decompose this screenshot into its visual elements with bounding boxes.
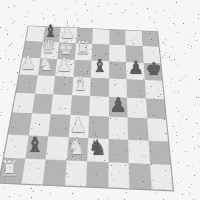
noise-dot: [91, 13, 92, 14]
board-square-c5[interactable]: [53, 76, 73, 95]
noise-dot: [11, 43, 12, 44]
noise-dot: [98, 6, 99, 7]
noise-dot: [110, 13, 111, 14]
noise-dot: [22, 36, 23, 37]
piece-black-bishop-b2[interactable]: ♝: [24, 135, 45, 156]
noise-dot: [169, 57, 170, 58]
noise-dot: [185, 53, 186, 54]
piece-white-knight-b6[interactable]: ♞: [37, 55, 55, 73]
board-square-f2[interactable]: [108, 138, 129, 162]
noise-dot: [169, 17, 170, 18]
noise-dot: [175, 24, 176, 25]
noise-dot: [180, 80, 181, 81]
noise-dot: [33, 191, 34, 192]
noise-dot: [156, 12, 157, 13]
screenshot-frame: ♝♟♛♚♜♟♞♟♝♟♚♝♟♟♝♞♞♜: [0, 0, 200, 200]
noise-dot: [14, 59, 15, 60]
board-square-b5[interactable]: [35, 75, 56, 94]
board-square-f6[interactable]: [109, 61, 127, 79]
noise-dot: [181, 181, 182, 182]
board-square-f3[interactable]: [108, 117, 128, 139]
noise-dot: [156, 193, 157, 194]
noise-dot: [25, 185, 26, 186]
noise-dot: [183, 23, 184, 24]
noise-dot: [15, 6, 16, 7]
noise-dot: [180, 124, 181, 125]
noise-dot: [33, 0, 34, 1]
noise-dot: [27, 12, 28, 13]
noise-dot: [185, 151, 186, 152]
noise-dot: [85, 4, 86, 5]
noise-dot: [108, 198, 109, 199]
noise-dot: [194, 175, 195, 176]
noise-dot: [177, 32, 178, 33]
noise-dot: [156, 28, 157, 29]
noise-dot: [198, 18, 199, 19]
noise-dot: [31, 188, 32, 189]
noise-dot: [176, 2, 177, 3]
board-square-b4[interactable]: [32, 94, 53, 115]
piece-black-pawn-g6[interactable]: ♟: [127, 59, 145, 77]
noise-dot: [170, 82, 171, 83]
noise-dot: [11, 81, 12, 82]
noise-dot: [5, 28, 6, 29]
noise-dot: [174, 92, 175, 93]
noise-dot: [189, 193, 190, 194]
noise-dot: [65, 9, 66, 10]
board-square-e8[interactable]: [92, 29, 109, 45]
noise-dot: [196, 40, 197, 41]
noise-dot: [164, 10, 165, 11]
board-square-e1[interactable]: [86, 161, 108, 187]
noise-dot: [132, 4, 133, 5]
noise-dot: [14, 21, 15, 22]
noise-dot: [186, 119, 187, 120]
noise-dot: [14, 5, 15, 6]
noise-dot: [191, 184, 192, 185]
noise-dot: [194, 148, 195, 149]
noise-dot: [163, 42, 164, 43]
noise-dot: [176, 132, 177, 133]
noise-dot: [196, 122, 197, 123]
noise-dot: [6, 196, 7, 197]
board-square-f7[interactable]: [109, 45, 126, 62]
noise-dot: [137, 26, 138, 27]
noise-dot: [194, 104, 195, 105]
noise-dot: [171, 79, 172, 80]
noise-dot: [14, 84, 15, 85]
noise-dot: [146, 0, 147, 1]
noise-dot: [5, 50, 6, 51]
piece-black-bishop-e6[interactable]: ♝: [91, 57, 109, 75]
noise-dot: [171, 47, 172, 48]
noise-dot: [25, 16, 26, 17]
board-square-g3[interactable]: [128, 118, 149, 141]
noise-dot: [53, 15, 54, 16]
noise-dot: [153, 192, 154, 193]
noise-dot: [186, 84, 187, 85]
piece-black-knight-e2[interactable]: ♞: [87, 138, 108, 159]
noise-dot: [165, 52, 166, 53]
board-square-g2[interactable]: [128, 139, 149, 163]
noise-dot: [9, 196, 10, 197]
noise-dot: [185, 75, 186, 76]
noise-dot: [195, 33, 196, 34]
noise-dot: [24, 24, 25, 25]
noise-dot: [182, 194, 183, 195]
noise-dot: [7, 30, 8, 31]
board-square-h3[interactable]: [147, 119, 168, 142]
board-square-e5[interactable]: [90, 77, 109, 96]
board-square-g4[interactable]: [127, 98, 147, 119]
noise-dot: [178, 183, 179, 184]
board-square-h2[interactable]: [148, 140, 170, 164]
noise-dot: [47, 9, 48, 10]
noise-dot: [8, 59, 9, 60]
noise-dot: [163, 199, 164, 200]
noise-dot: [7, 89, 8, 90]
noise-dot: [9, 45, 10, 46]
noise-dot: [171, 60, 172, 61]
noise-dot: [198, 146, 199, 147]
noise-dot: [68, 8, 69, 9]
piece-white-pawn-a6[interactable]: ♟: [19, 54, 37, 72]
piece-white-pawn-c6[interactable]: ♟: [55, 56, 73, 74]
noise-dot: [172, 140, 173, 141]
board-square-g5[interactable]: [126, 79, 145, 98]
noise-dot: [149, 17, 150, 18]
board-square-f8[interactable]: [109, 30, 126, 46]
board-square-d1[interactable]: [64, 160, 87, 186]
board-square-c1[interactable]: [43, 159, 67, 185]
noise-dot: [188, 165, 189, 166]
board-square-g8[interactable]: [125, 30, 142, 46]
noise-dot: [50, 193, 51, 194]
board-square-c3[interactable]: [48, 114, 70, 136]
piece-white-rook-d7[interactable]: ♜: [74, 39, 92, 57]
noise-dot: [178, 162, 179, 163]
noise-dot: [176, 182, 177, 183]
noise-dot: [19, 195, 20, 196]
noise-dot: [165, 39, 166, 40]
noise-dot: [136, 13, 137, 14]
noise-dot: [76, 14, 77, 15]
noise-dot: [167, 85, 168, 86]
piece-white-knight-d2[interactable]: ♞: [66, 137, 87, 158]
noise-dot: [173, 23, 174, 24]
noise-dot: [165, 44, 166, 45]
board-square-c2[interactable]: [46, 136, 69, 160]
noise-dot: [154, 22, 155, 23]
noise-dot: [1, 89, 2, 90]
noise-dot: [199, 133, 200, 134]
noise-dot: [182, 115, 183, 116]
noise-dot: [186, 35, 187, 36]
board-square-h5[interactable]: [144, 80, 164, 99]
noise-dot: [2, 86, 3, 87]
noise-dot: [125, 10, 126, 11]
noise-dot: [182, 78, 183, 79]
noise-dot: [41, 190, 42, 191]
noise-dot: [188, 44, 189, 45]
piece-white-bishop-d5[interactable]: ♝: [71, 74, 90, 93]
noise-dot: [120, 12, 121, 13]
noise-dot: [169, 56, 170, 57]
noise-dot: [191, 46, 192, 47]
noise-dot: [3, 188, 4, 189]
piece-white-pawn-d3[interactable]: ♟: [68, 115, 88, 135]
noise-dot: [87, 10, 88, 11]
noise-dot: [92, 22, 93, 23]
noise-dot: [8, 7, 9, 8]
noise-dot: [170, 55, 171, 56]
noise-dot: [43, 18, 44, 19]
piece-black-king-h6[interactable]: ♚: [145, 60, 163, 78]
noise-dot: [3, 82, 4, 83]
noise-dot: [1, 112, 2, 113]
noise-dot: [91, 21, 92, 22]
noise-dot: [0, 58, 1, 59]
noise-dot: [172, 151, 173, 152]
noise-dot: [147, 8, 148, 9]
piece-black-pawn-f4[interactable]: ♟: [108, 95, 128, 115]
noise-dot: [193, 22, 194, 23]
noise-dot: [190, 48, 191, 49]
noise-dot: [12, 23, 13, 24]
noise-dot: [98, 23, 99, 24]
noise-dot: [162, 57, 163, 58]
noise-dot: [5, 30, 6, 31]
noise-dot: [31, 188, 32, 189]
noise-dot: [163, 191, 164, 192]
noise-dot: [123, 12, 124, 13]
noise-dot: [178, 111, 179, 112]
noise-dot: [173, 126, 174, 127]
noise-dot: [176, 135, 177, 136]
noise-dot: [174, 59, 175, 60]
noise-dot: [199, 79, 200, 80]
noise-dot: [0, 27, 1, 28]
board-square-h4[interactable]: [145, 98, 165, 119]
noise-dot: [57, 187, 58, 188]
noise-dot: [115, 4, 116, 5]
noise-dot: [198, 97, 199, 98]
board-square-b1[interactable]: [21, 158, 46, 184]
noise-dot: [177, 65, 178, 66]
noise-dot: [126, 192, 127, 193]
noise-dot: [198, 14, 199, 15]
noise-dot: [92, 20, 93, 21]
board-square-h8[interactable]: [141, 31, 159, 47]
noise-dot: [193, 199, 194, 200]
noise-dot: [176, 107, 177, 108]
noise-dot: [176, 142, 177, 143]
noise-dot: [108, 4, 109, 5]
board-square-f1[interactable]: [108, 162, 130, 188]
noise-dot: [197, 123, 198, 124]
noise-dot: [31, 197, 32, 198]
noise-dot: [33, 191, 34, 192]
noise-dot: [193, 36, 194, 37]
noise-dot: [72, 193, 73, 194]
noise-dot: [124, 199, 125, 200]
board-square-h1[interactable]: [150, 164, 173, 190]
noise-dot: [164, 55, 165, 56]
piece-white-rook-a1[interactable]: ♜: [0, 158, 21, 180]
noise-dot: [178, 91, 179, 92]
noise-dot: [76, 1, 77, 2]
board-square-g1[interactable]: [129, 163, 151, 189]
noise-dot: [98, 199, 99, 200]
noise-dot: [7, 34, 8, 35]
noise-dot: [174, 14, 175, 15]
noise-dot: [0, 115, 1, 116]
noise-dot: [196, 97, 197, 98]
noise-dot: [77, 20, 78, 21]
noise-dot: [189, 187, 190, 188]
noise-dot: [14, 193, 15, 194]
noise-dot: [192, 166, 193, 167]
noise-dot: [192, 136, 193, 137]
noise-dot: [42, 13, 43, 14]
board-square-e4[interactable]: [89, 96, 108, 117]
noise-dot: [3, 129, 4, 130]
